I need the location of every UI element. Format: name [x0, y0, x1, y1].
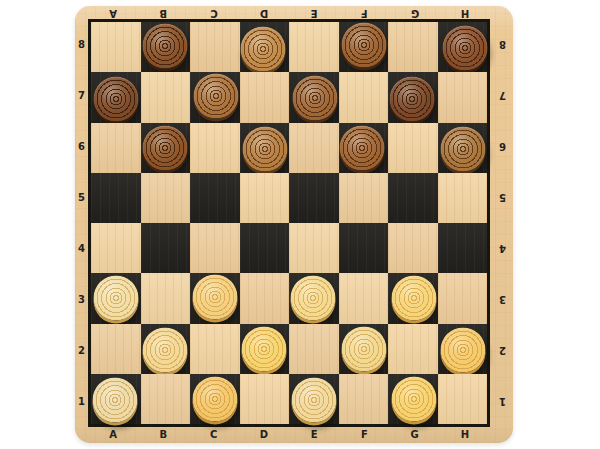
checker-piece-dark-h8[interactable]: [443, 26, 488, 71]
square-H3[interactable]: [438, 273, 488, 323]
checker-piece-dark-c7[interactable]: [193, 74, 238, 119]
rank-label: 7: [492, 70, 513, 121]
checker-piece-light-d2[interactable]: [242, 326, 287, 371]
square-H5[interactable]: [438, 173, 488, 223]
square-E7[interactable]: [289, 72, 339, 122]
square-G3[interactable]: [388, 273, 438, 323]
rank-label: 3: [75, 274, 88, 325]
checker-piece-light-c3[interactable]: [192, 275, 237, 320]
checker-piece-light-b2[interactable]: [143, 327, 188, 372]
rank-labels-left: 87654321: [75, 19, 88, 427]
square-D1[interactable]: [240, 374, 290, 424]
square-D7[interactable]: [240, 72, 290, 122]
square-A5[interactable]: [91, 173, 141, 223]
rank-label: B: [138, 427, 188, 442]
square-E1[interactable]: [289, 374, 339, 424]
square-F1[interactable]: [339, 374, 389, 424]
square-G1[interactable]: [388, 374, 438, 424]
rank-label: G: [390, 427, 440, 442]
square-G7[interactable]: [388, 72, 438, 122]
square-A4[interactable]: [91, 223, 141, 273]
rank-label: F: [339, 427, 389, 442]
square-D4[interactable]: [240, 223, 290, 273]
rank-label: 5: [492, 172, 513, 223]
square-B6[interactable]: [141, 123, 191, 173]
square-C5[interactable]: [190, 173, 240, 223]
checker-piece-dark-d6[interactable]: [243, 126, 288, 171]
rank-label: 6: [492, 121, 513, 172]
square-C7[interactable]: [190, 72, 240, 122]
square-E2[interactable]: [289, 324, 339, 374]
checkers-board: ABCDEFGH ABCDEFGH 87654321 87654321: [75, 6, 513, 443]
checker-piece-light-g1[interactable]: [391, 376, 436, 421]
square-E4[interactable]: [289, 223, 339, 273]
rank-label: 8: [492, 19, 513, 70]
checker-piece-dark-f6[interactable]: [340, 125, 385, 170]
square-D3[interactable]: [240, 273, 290, 323]
square-C2[interactable]: [190, 324, 240, 374]
square-D8[interactable]: [240, 22, 290, 72]
checker-piece-light-a1[interactable]: [92, 377, 137, 422]
checker-piece-dark-a7[interactable]: [93, 77, 138, 122]
rank-label: 3: [492, 274, 513, 325]
square-G2[interactable]: [388, 324, 438, 374]
checker-piece-dark-f8[interactable]: [342, 23, 387, 68]
rank-label: 4: [75, 223, 88, 274]
square-A8[interactable]: [91, 22, 141, 72]
rank-label: 5: [75, 172, 88, 223]
square-H2[interactable]: [438, 324, 488, 374]
square-G4[interactable]: [388, 223, 438, 273]
square-A6[interactable]: [91, 123, 141, 173]
square-A7[interactable]: [91, 72, 141, 122]
square-B8[interactable]: [141, 22, 191, 72]
rank-labels-right: 87654321: [492, 19, 513, 427]
rank-label: D: [239, 427, 289, 442]
checker-piece-light-e3[interactable]: [290, 276, 335, 321]
square-A1[interactable]: [91, 374, 141, 424]
square-H7[interactable]: [438, 72, 488, 122]
square-B3[interactable]: [141, 273, 191, 323]
square-H1[interactable]: [438, 374, 488, 424]
square-B5[interactable]: [141, 173, 191, 223]
rank-label: C: [189, 427, 239, 442]
square-E8[interactable]: [289, 22, 339, 72]
square-F7[interactable]: [339, 72, 389, 122]
square-E3[interactable]: [289, 273, 339, 323]
checker-piece-dark-h6[interactable]: [441, 126, 486, 171]
square-F6[interactable]: [339, 123, 389, 173]
square-C4[interactable]: [190, 223, 240, 273]
square-A3[interactable]: [91, 273, 141, 323]
square-F8[interactable]: [339, 22, 389, 72]
square-D6[interactable]: [240, 123, 290, 173]
square-B4[interactable]: [141, 223, 191, 273]
rank-label: 4: [492, 223, 513, 274]
checker-piece-dark-d8[interactable]: [241, 27, 286, 72]
board-grid: [88, 19, 490, 427]
checker-piece-light-a3[interactable]: [93, 276, 138, 321]
square-C8[interactable]: [190, 22, 240, 72]
checker-piece-light-e1[interactable]: [291, 377, 336, 422]
rank-label: 7: [75, 70, 88, 121]
square-C6[interactable]: [190, 123, 240, 173]
rank-label: E: [289, 427, 339, 442]
square-A2[interactable]: [91, 324, 141, 374]
checker-piece-dark-b8[interactable]: [143, 24, 188, 69]
checker-piece-dark-e7[interactable]: [292, 76, 337, 121]
rank-label: 2: [75, 325, 88, 376]
square-C1[interactable]: [190, 374, 240, 424]
file-labels-bottom: ABCDEFGH: [88, 427, 490, 442]
square-H4[interactable]: [438, 223, 488, 273]
square-D5[interactable]: [240, 173, 290, 223]
square-B1[interactable]: [141, 374, 191, 424]
square-B2[interactable]: [141, 324, 191, 374]
page: { "game": "checkers", "scene": "Overhead…: [0, 0, 600, 449]
rank-label: 8: [75, 19, 88, 70]
square-F4[interactable]: [339, 223, 389, 273]
checker-piece-light-f2[interactable]: [342, 326, 387, 371]
rank-label: 6: [75, 121, 88, 172]
checker-piece-light-h2[interactable]: [441, 327, 486, 372]
checker-piece-dark-b6[interactable]: [143, 125, 188, 170]
square-C3[interactable]: [190, 273, 240, 323]
rank-label: H: [440, 427, 490, 442]
square-H8[interactable]: [438, 22, 488, 72]
checker-piece-dark-g7[interactable]: [389, 77, 434, 122]
square-G8[interactable]: [388, 22, 438, 72]
square-G5[interactable]: [388, 173, 438, 223]
rank-label: A: [88, 427, 138, 442]
square-D2[interactable]: [240, 324, 290, 374]
rank-label: 1: [492, 376, 513, 427]
square-H6[interactable]: [438, 123, 488, 173]
rank-label: 1: [75, 376, 88, 427]
square-F2[interactable]: [339, 324, 389, 374]
checker-piece-light-g3[interactable]: [391, 276, 436, 321]
square-F3[interactable]: [339, 273, 389, 323]
square-G6[interactable]: [388, 123, 438, 173]
square-E5[interactable]: [289, 173, 339, 223]
rank-label: 2: [492, 325, 513, 376]
square-B7[interactable]: [141, 72, 191, 122]
square-E6[interactable]: [289, 123, 339, 173]
square-F5[interactable]: [339, 173, 389, 223]
checker-piece-light-c1[interactable]: [192, 376, 237, 421]
